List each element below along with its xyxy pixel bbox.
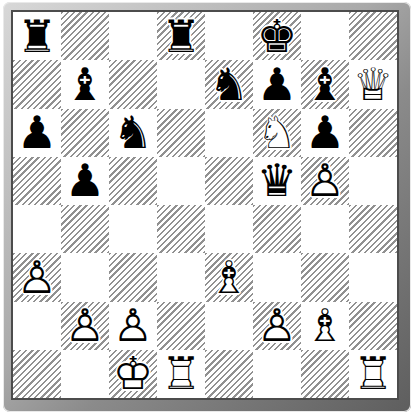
piece-outline-layer: ♔ bbox=[109, 350, 157, 398]
square-h5[interactable] bbox=[349, 157, 397, 205]
square-a6[interactable]: ♟ bbox=[13, 109, 61, 157]
piece-glyph: ♟ bbox=[253, 60, 301, 108]
square-e7[interactable]: ♞ bbox=[205, 60, 253, 108]
square-e2[interactable] bbox=[205, 302, 253, 350]
piece-glyph: ♜ bbox=[157, 12, 205, 60]
square-b1[interactable] bbox=[61, 350, 109, 398]
square-h1[interactable]: ♜♖ bbox=[349, 350, 397, 398]
square-c5[interactable] bbox=[109, 157, 157, 205]
piece-white-pawn: ♟♙ bbox=[13, 253, 61, 301]
piece-glyph: ♝ bbox=[61, 60, 109, 108]
piece-black-king: ♚ bbox=[253, 12, 301, 60]
chess-diagram: ♜♜♚♝♞♟♝♛♕♟♞♞♘♟♟♛♟♙♟♙♝♗♟♙♟♙♟♙♝♗♚♔♜♖♜♖ bbox=[0, 0, 414, 420]
square-f4[interactable] bbox=[253, 205, 301, 253]
piece-white-king: ♚♔ bbox=[109, 350, 157, 398]
square-d7[interactable] bbox=[157, 60, 205, 108]
piece-white-pawn: ♟♙ bbox=[109, 302, 157, 350]
square-h6[interactable] bbox=[349, 109, 397, 157]
square-f3[interactable] bbox=[253, 253, 301, 301]
piece-outline-layer: ♘ bbox=[253, 109, 301, 157]
square-c7[interactable] bbox=[109, 60, 157, 108]
square-b6[interactable] bbox=[61, 109, 109, 157]
square-e5[interactable] bbox=[205, 157, 253, 205]
piece-black-knight: ♞ bbox=[205, 60, 253, 108]
square-c6[interactable]: ♞ bbox=[109, 109, 157, 157]
piece-outline-layer: ♕ bbox=[349, 60, 397, 108]
piece-black-bishop: ♝ bbox=[61, 60, 109, 108]
square-b5[interactable]: ♟ bbox=[61, 157, 109, 205]
square-e3[interactable]: ♝♗ bbox=[205, 253, 253, 301]
piece-black-pawn: ♟ bbox=[301, 109, 349, 157]
square-f6[interactable]: ♞♘ bbox=[253, 109, 301, 157]
piece-outline-layer: ♗ bbox=[205, 253, 253, 301]
square-a3[interactable]: ♟♙ bbox=[13, 253, 61, 301]
square-a1[interactable] bbox=[13, 350, 61, 398]
square-d8[interactable]: ♜ bbox=[157, 12, 205, 60]
piece-white-pawn: ♟♙ bbox=[61, 302, 109, 350]
piece-glyph: ♟ bbox=[61, 157, 109, 205]
square-e8[interactable] bbox=[205, 12, 253, 60]
square-e1[interactable] bbox=[205, 350, 253, 398]
square-h8[interactable] bbox=[349, 12, 397, 60]
square-a5[interactable] bbox=[13, 157, 61, 205]
square-g5[interactable]: ♟♙ bbox=[301, 157, 349, 205]
piece-glyph: ♞ bbox=[205, 60, 253, 108]
square-d4[interactable] bbox=[157, 205, 205, 253]
piece-black-pawn: ♟ bbox=[13, 109, 61, 157]
piece-outline-layer: ♗ bbox=[301, 302, 349, 350]
square-f7[interactable]: ♟ bbox=[253, 60, 301, 108]
square-d6[interactable] bbox=[157, 109, 205, 157]
piece-white-pawn: ♟♙ bbox=[253, 302, 301, 350]
piece-outline-layer: ♙ bbox=[109, 302, 157, 350]
piece-glyph: ♟ bbox=[301, 109, 349, 157]
piece-white-bishop: ♝♗ bbox=[205, 253, 253, 301]
square-a2[interactable] bbox=[13, 302, 61, 350]
square-d2[interactable] bbox=[157, 302, 205, 350]
piece-outline-layer: ♙ bbox=[253, 302, 301, 350]
square-e4[interactable] bbox=[205, 205, 253, 253]
piece-black-queen: ♛ bbox=[253, 157, 301, 205]
square-h4[interactable] bbox=[349, 205, 397, 253]
square-b2[interactable]: ♟♙ bbox=[61, 302, 109, 350]
piece-glyph: ♚ bbox=[253, 12, 301, 60]
square-g7[interactable]: ♝ bbox=[301, 60, 349, 108]
square-b3[interactable] bbox=[61, 253, 109, 301]
square-h2[interactable] bbox=[349, 302, 397, 350]
piece-glyph: ♜ bbox=[13, 12, 61, 60]
square-c4[interactable] bbox=[109, 205, 157, 253]
square-b4[interactable] bbox=[61, 205, 109, 253]
piece-outline-layer: ♖ bbox=[157, 350, 205, 398]
piece-white-pawn: ♟♙ bbox=[301, 157, 349, 205]
chess-board: ♜♜♚♝♞♟♝♛♕♟♞♞♘♟♟♛♟♙♟♙♝♗♟♙♟♙♟♙♝♗♚♔♜♖♜♖ bbox=[11, 10, 399, 400]
piece-black-rook: ♜ bbox=[157, 12, 205, 60]
piece-white-knight: ♞♘ bbox=[253, 109, 301, 157]
piece-glyph: ♟ bbox=[13, 109, 61, 157]
square-b7[interactable]: ♝ bbox=[61, 60, 109, 108]
square-g1[interactable] bbox=[301, 350, 349, 398]
square-c3[interactable] bbox=[109, 253, 157, 301]
square-b8[interactable] bbox=[61, 12, 109, 60]
square-h7[interactable]: ♛♕ bbox=[349, 60, 397, 108]
square-e6[interactable] bbox=[205, 109, 253, 157]
square-c1[interactable]: ♚♔ bbox=[109, 350, 157, 398]
piece-black-pawn: ♟ bbox=[61, 157, 109, 205]
square-f2[interactable]: ♟♙ bbox=[253, 302, 301, 350]
piece-outline-layer: ♙ bbox=[61, 302, 109, 350]
square-g6[interactable]: ♟ bbox=[301, 109, 349, 157]
piece-white-bishop: ♝♗ bbox=[301, 302, 349, 350]
square-g8[interactable] bbox=[301, 12, 349, 60]
square-d3[interactable] bbox=[157, 253, 205, 301]
piece-white-rook: ♜♖ bbox=[157, 350, 205, 398]
piece-outline-layer: ♙ bbox=[13, 253, 61, 301]
piece-white-rook: ♜♖ bbox=[349, 350, 397, 398]
square-g4[interactable] bbox=[301, 205, 349, 253]
square-c8[interactable] bbox=[109, 12, 157, 60]
piece-glyph: ♝ bbox=[301, 60, 349, 108]
piece-black-pawn: ♟ bbox=[253, 60, 301, 108]
piece-black-knight: ♞ bbox=[109, 109, 157, 157]
square-a4[interactable] bbox=[13, 205, 61, 253]
square-d5[interactable] bbox=[157, 157, 205, 205]
board-frame: ♜♜♚♝♞♟♝♛♕♟♞♞♘♟♟♛♟♙♟♙♝♗♟♙♟♙♟♙♝♗♚♔♜♖♜♖ bbox=[3, 2, 411, 412]
square-f5[interactable]: ♛ bbox=[253, 157, 301, 205]
piece-white-queen: ♛♕ bbox=[349, 60, 397, 108]
square-c2[interactable]: ♟♙ bbox=[109, 302, 157, 350]
square-a8[interactable]: ♜ bbox=[13, 12, 61, 60]
piece-outline-layer: ♖ bbox=[349, 350, 397, 398]
square-h3[interactable] bbox=[349, 253, 397, 301]
piece-black-rook: ♜ bbox=[13, 12, 61, 60]
square-g2[interactable]: ♝♗ bbox=[301, 302, 349, 350]
square-f1[interactable] bbox=[253, 350, 301, 398]
square-f8[interactable]: ♚ bbox=[253, 12, 301, 60]
square-g3[interactable] bbox=[301, 253, 349, 301]
square-a7[interactable] bbox=[13, 60, 61, 108]
square-d1[interactable]: ♜♖ bbox=[157, 350, 205, 398]
piece-outline-layer: ♙ bbox=[301, 157, 349, 205]
piece-glyph: ♛ bbox=[253, 157, 301, 205]
piece-black-bishop: ♝ bbox=[301, 60, 349, 108]
piece-glyph: ♞ bbox=[109, 109, 157, 157]
